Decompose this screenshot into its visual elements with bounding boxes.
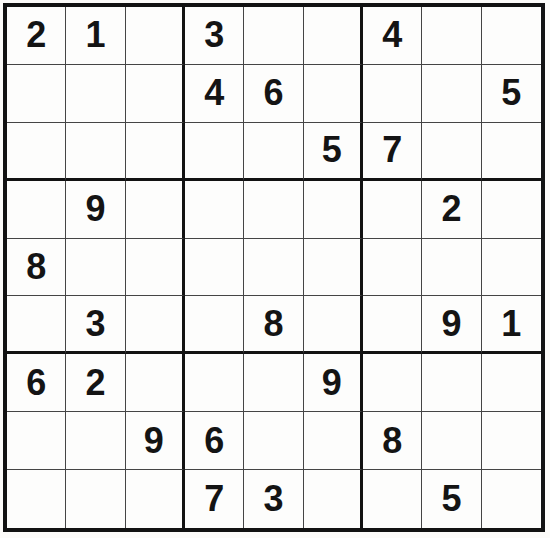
cell-r5c5[interactable] — [244, 239, 303, 297]
cell-r8c7[interactable]: 8 — [363, 412, 422, 470]
cell-r5c2[interactable] — [66, 239, 125, 297]
cell-r7c7[interactable] — [363, 354, 422, 412]
cell-r5c9[interactable] — [482, 239, 541, 297]
cell-r2c1[interactable] — [7, 65, 66, 123]
cell-r4c5[interactable] — [244, 181, 303, 239]
cell-r4c4[interactable] — [185, 181, 244, 239]
cell-r3c4[interactable] — [185, 123, 244, 181]
cell-r4c6[interactable] — [304, 181, 363, 239]
cell-r3c8[interactable] — [422, 123, 481, 181]
cell-r7c1[interactable]: 6 — [7, 354, 66, 412]
cell-r8c3[interactable]: 9 — [126, 412, 185, 470]
cell-r5c6[interactable] — [304, 239, 363, 297]
cell-r6c9[interactable]: 1 — [482, 296, 541, 354]
cell-r9c4[interactable]: 7 — [185, 470, 244, 528]
cell-r3c2[interactable] — [66, 123, 125, 181]
cell-r1c4[interactable]: 3 — [185, 7, 244, 65]
cell-r1c6[interactable] — [304, 7, 363, 65]
cell-r1c1[interactable]: 2 — [7, 7, 66, 65]
cell-r6c3[interactable] — [126, 296, 185, 354]
cell-r8c5[interactable] — [244, 412, 303, 470]
cell-r1c2[interactable]: 1 — [66, 7, 125, 65]
cell-r3c3[interactable] — [126, 123, 185, 181]
cell-r2c2[interactable] — [66, 65, 125, 123]
cell-r5c4[interactable] — [185, 239, 244, 297]
cell-r2c9[interactable]: 5 — [482, 65, 541, 123]
cell-r6c4[interactable] — [185, 296, 244, 354]
cell-r4c8[interactable]: 2 — [422, 181, 481, 239]
cell-r8c1[interactable] — [7, 412, 66, 470]
cell-r7c2[interactable]: 2 — [66, 354, 125, 412]
cell-r2c6[interactable] — [304, 65, 363, 123]
cell-r9c6[interactable] — [304, 470, 363, 528]
cell-r7c4[interactable] — [185, 354, 244, 412]
cell-r6c5[interactable]: 8 — [244, 296, 303, 354]
cell-r1c9[interactable] — [482, 7, 541, 65]
cell-r5c3[interactable] — [126, 239, 185, 297]
cell-r1c7[interactable]: 4 — [363, 7, 422, 65]
cell-r3c6[interactable]: 5 — [304, 123, 363, 181]
cell-r1c3[interactable] — [126, 7, 185, 65]
cell-r9c7[interactable] — [363, 470, 422, 528]
cell-r4c9[interactable] — [482, 181, 541, 239]
cell-r4c7[interactable] — [363, 181, 422, 239]
cell-r8c2[interactable] — [66, 412, 125, 470]
cell-r8c9[interactable] — [482, 412, 541, 470]
cell-r2c4[interactable]: 4 — [185, 65, 244, 123]
cell-r9c1[interactable] — [7, 470, 66, 528]
cell-r8c8[interactable] — [422, 412, 481, 470]
cell-r9c2[interactable] — [66, 470, 125, 528]
cell-r4c1[interactable] — [7, 181, 66, 239]
cell-r2c8[interactable] — [422, 65, 481, 123]
cell-r6c1[interactable] — [7, 296, 66, 354]
cell-r8c6[interactable] — [304, 412, 363, 470]
cell-r7c3[interactable] — [126, 354, 185, 412]
sudoku-board: 2134465579283891629968735 — [3, 3, 545, 532]
cell-r4c3[interactable] — [126, 181, 185, 239]
cell-r2c7[interactable] — [363, 65, 422, 123]
cell-r9c3[interactable] — [126, 470, 185, 528]
cell-r7c9[interactable] — [482, 354, 541, 412]
cell-r1c5[interactable] — [244, 7, 303, 65]
cell-r3c7[interactable]: 7 — [363, 123, 422, 181]
cell-r3c5[interactable] — [244, 123, 303, 181]
cell-r6c8[interactable]: 9 — [422, 296, 481, 354]
cell-r3c1[interactable] — [7, 123, 66, 181]
cell-r5c7[interactable] — [363, 239, 422, 297]
cell-r1c8[interactable] — [422, 7, 481, 65]
cell-r9c5[interactable]: 3 — [244, 470, 303, 528]
cell-r3c9[interactable] — [482, 123, 541, 181]
cell-r7c6[interactable]: 9 — [304, 354, 363, 412]
cell-r2c3[interactable] — [126, 65, 185, 123]
cell-r6c7[interactable] — [363, 296, 422, 354]
cell-r9c9[interactable] — [482, 470, 541, 528]
cell-r5c8[interactable] — [422, 239, 481, 297]
cell-r7c8[interactable] — [422, 354, 481, 412]
cell-r9c8[interactable]: 5 — [422, 470, 481, 528]
cell-r6c2[interactable]: 3 — [66, 296, 125, 354]
cell-r4c2[interactable]: 9 — [66, 181, 125, 239]
cell-r5c1[interactable]: 8 — [7, 239, 66, 297]
cell-r8c4[interactable]: 6 — [185, 412, 244, 470]
cell-r2c5[interactable]: 6 — [244, 65, 303, 123]
cell-r7c5[interactable] — [244, 354, 303, 412]
cell-r6c6[interactable] — [304, 296, 363, 354]
